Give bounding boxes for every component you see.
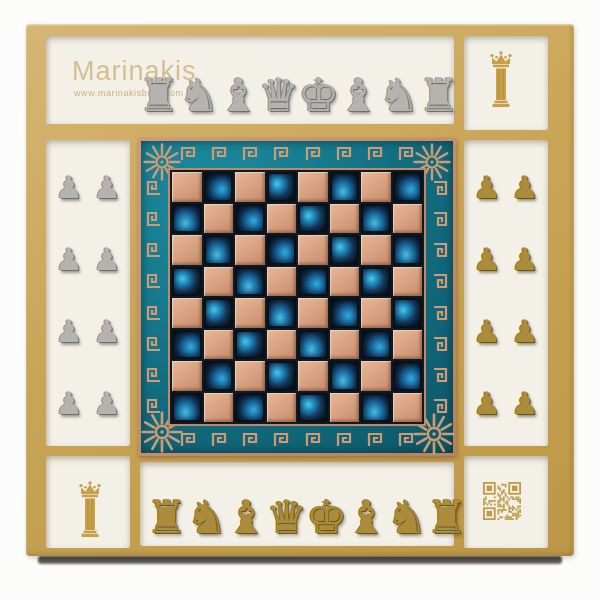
silver-knight-2[interactable]: ♞	[178, 72, 218, 118]
chess-box-lid: Marinakis www.marinakisbros.com ♜♞♝♛♚♝♞♜	[26, 24, 574, 556]
square-f3[interactable]	[330, 330, 360, 360]
square-g3[interactable]	[361, 330, 391, 360]
silver-pawn-7[interactable]: ♟	[52, 366, 86, 438]
square-f6[interactable]	[330, 235, 360, 265]
square-b4[interactable]	[204, 298, 234, 328]
greek-key-icon	[366, 145, 384, 163]
greek-key-strip-right	[431, 179, 449, 415]
right-pawns-grid: ♟♟♟♟♟♟♟♟	[464, 140, 548, 446]
square-e7[interactable]	[298, 204, 328, 234]
square-c7[interactable]	[235, 204, 265, 234]
square-d3[interactable]	[267, 330, 297, 360]
greek-key-icon	[431, 241, 449, 259]
gold-pawn-4[interactable]: ♟	[508, 222, 542, 294]
crowned-column-logo-icon	[77, 481, 103, 539]
greek-key-icon	[145, 335, 163, 353]
silver-pawn-2[interactable]: ♟	[90, 150, 124, 222]
silver-rook-8[interactable]: ♜	[418, 72, 458, 118]
square-c6[interactable]	[235, 235, 265, 265]
square-d4[interactable]	[267, 298, 297, 328]
square-d5[interactable]	[267, 267, 297, 297]
greek-key-icon	[431, 179, 449, 197]
greek-key-icon	[431, 210, 449, 228]
square-h4[interactable]	[393, 298, 423, 328]
board-grid	[168, 168, 426, 426]
corner-panel-bottom-left	[46, 456, 130, 548]
bottom-pieces-row: ♜♞♝♛♚♝♞♜	[146, 494, 446, 540]
greek-key-strip-bottom	[179, 431, 415, 449]
square-f5[interactable]	[330, 267, 360, 297]
square-d7[interactable]	[267, 204, 297, 234]
silver-king-5[interactable]: ♚	[298, 72, 338, 118]
greek-key-icon	[431, 304, 449, 322]
greek-key-icon	[431, 272, 449, 290]
square-c1[interactable]	[235, 393, 265, 423]
greek-key-icon	[145, 366, 163, 384]
square-e5[interactable]	[298, 267, 328, 297]
square-b2[interactable]	[204, 361, 234, 391]
enamel-border-band	[141, 141, 453, 453]
greek-key-icon	[431, 366, 449, 384]
greek-key-icon	[145, 272, 163, 290]
square-a3[interactable]	[172, 330, 202, 360]
square-g1[interactable]	[361, 393, 391, 423]
silver-pawn-5[interactable]: ♟	[52, 294, 86, 366]
square-h8[interactable]	[393, 172, 423, 202]
silver-pawn-6[interactable]: ♟	[90, 294, 124, 366]
square-a8[interactable]	[172, 172, 202, 202]
square-a4[interactable]	[172, 298, 202, 328]
greek-key-icon	[145, 179, 163, 197]
square-a7[interactable]	[172, 204, 202, 234]
qr-code-icon	[483, 482, 521, 520]
square-h7[interactable]	[393, 204, 423, 234]
greek-key-icon	[210, 145, 228, 163]
square-b6[interactable]	[204, 235, 234, 265]
square-f4[interactable]	[330, 298, 360, 328]
square-c8[interactable]	[235, 172, 265, 202]
silver-pawn-1[interactable]: ♟	[52, 150, 86, 222]
square-f1[interactable]	[330, 393, 360, 423]
greek-key-icon	[241, 145, 259, 163]
silver-queen-4[interactable]: ♛	[258, 72, 298, 118]
square-b8[interactable]	[204, 172, 234, 202]
greek-key-icon	[304, 431, 322, 449]
gold-rook-1[interactable]: ♜	[146, 494, 186, 540]
top-pieces-row: ♜♞♝♛♚♝♞♜	[138, 72, 444, 118]
square-h6[interactable]	[393, 235, 423, 265]
silver-bishop-6[interactable]: ♝	[338, 72, 378, 118]
square-f8[interactable]	[330, 172, 360, 202]
gold-pawn-5[interactable]: ♟	[470, 294, 504, 366]
gold-queen-4[interactable]: ♛	[266, 494, 306, 540]
square-a6[interactable]	[172, 235, 202, 265]
square-b1[interactable]	[204, 393, 234, 423]
right-pawn-tray: ♟♟♟♟♟♟♟♟	[464, 140, 548, 446]
silver-knight-7[interactable]: ♞	[378, 72, 418, 118]
greek-key-icon	[210, 431, 228, 449]
square-d1[interactable]	[267, 393, 297, 423]
chess-board	[138, 138, 456, 456]
corner-panel-top-right	[464, 36, 548, 130]
gold-bishop-3[interactable]: ♝	[226, 494, 266, 540]
square-g8[interactable]	[361, 172, 391, 202]
greek-key-icon	[272, 145, 290, 163]
greek-key-strip-top	[179, 145, 415, 163]
greek-key-strip-left	[145, 179, 163, 415]
greek-key-icon	[145, 241, 163, 259]
square-d6[interactable]	[267, 235, 297, 265]
top-piece-tray: Marinakis www.marinakisbros.com ♜♞♝♛♚♝♞♜	[46, 36, 454, 124]
greek-key-icon	[304, 145, 322, 163]
greek-key-icon	[241, 431, 259, 449]
square-e4[interactable]	[298, 298, 328, 328]
silver-bishop-3[interactable]: ♝	[218, 72, 258, 118]
square-g5[interactable]	[361, 267, 391, 297]
square-a1[interactable]	[172, 393, 202, 423]
greek-key-icon	[335, 145, 353, 163]
gold-pawn-6[interactable]: ♟	[508, 294, 542, 366]
square-c3[interactable]	[235, 330, 265, 360]
square-d8[interactable]	[267, 172, 297, 202]
square-h2[interactable]	[393, 361, 423, 391]
crowned-column-logo-icon	[488, 51, 514, 109]
square-f7[interactable]	[330, 204, 360, 234]
square-e8[interactable]	[298, 172, 328, 202]
silver-pawn-4[interactable]: ♟	[90, 222, 124, 294]
gold-king-5[interactable]: ♚	[306, 494, 346, 540]
gold-rook-8[interactable]: ♜	[426, 494, 466, 540]
square-c5[interactable]	[235, 267, 265, 297]
corner-panel-bottom-right	[464, 456, 548, 548]
gold-bishop-6[interactable]: ♝	[346, 494, 386, 540]
square-a2[interactable]	[172, 361, 202, 391]
greek-key-icon	[145, 304, 163, 322]
square-g2[interactable]	[361, 361, 391, 391]
square-h3[interactable]	[393, 330, 423, 360]
left-pawn-tray: ♟♟♟♟♟♟♟♟	[46, 140, 130, 446]
greek-key-icon	[179, 145, 197, 163]
silver-pawn-3[interactable]: ♟	[52, 222, 86, 294]
square-f2[interactable]	[330, 361, 360, 391]
square-d2[interactable]	[267, 361, 297, 391]
silver-pawn-8[interactable]: ♟	[90, 366, 124, 438]
gold-pawn-1[interactable]: ♟	[470, 150, 504, 222]
square-h1[interactable]	[393, 393, 423, 423]
square-e3[interactable]	[298, 330, 328, 360]
greek-key-icon	[431, 335, 449, 353]
gold-pawn-7[interactable]: ♟	[470, 366, 504, 438]
square-c4[interactable]	[235, 298, 265, 328]
greek-key-icon	[335, 431, 353, 449]
product-photo: Marinakis www.marinakisbros.com ♜♞♝♛♚♝♞♜	[0, 0, 600, 600]
greek-key-icon	[366, 431, 384, 449]
gold-knight-2[interactable]: ♞	[186, 494, 226, 540]
square-g7[interactable]	[361, 204, 391, 234]
gold-pawn-2[interactable]: ♟	[508, 150, 542, 222]
square-b3[interactable]	[204, 330, 234, 360]
bottom-piece-tray: ♜♞♝♛♚♝♞♜	[140, 462, 454, 546]
square-h5[interactable]	[393, 267, 423, 297]
gold-pawn-8[interactable]: ♟	[508, 366, 542, 438]
greek-key-icon	[145, 210, 163, 228]
greek-key-icon	[272, 431, 290, 449]
gold-pawn-3[interactable]: ♟	[470, 222, 504, 294]
square-b5[interactable]	[204, 267, 234, 297]
square-e1[interactable]	[298, 393, 328, 423]
square-c2[interactable]	[235, 361, 265, 391]
gold-knight-7[interactable]: ♞	[386, 494, 426, 540]
square-b7[interactable]	[204, 204, 234, 234]
square-g4[interactable]	[361, 298, 391, 328]
silver-rook-1[interactable]: ♜	[138, 72, 178, 118]
left-pawns-grid: ♟♟♟♟♟♟♟♟	[46, 140, 130, 446]
square-e6[interactable]	[298, 235, 328, 265]
square-g6[interactable]	[361, 235, 391, 265]
square-a5[interactable]	[172, 267, 202, 297]
box-drop-shadow	[38, 556, 562, 564]
square-e2[interactable]	[298, 361, 328, 391]
